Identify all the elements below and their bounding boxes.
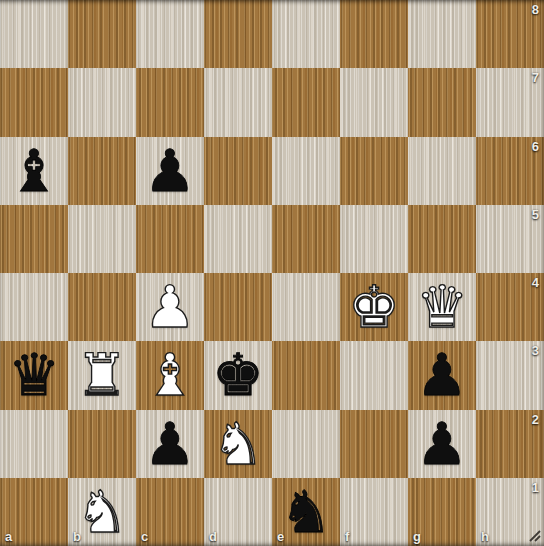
piece-black-pawn-g2[interactable]: ♟ (416, 415, 468, 473)
resize-grip-icon[interactable] (527, 528, 542, 543)
square-c1[interactable]: c (136, 478, 204, 546)
square-d1[interactable]: d (204, 478, 272, 546)
square-e5[interactable] (272, 205, 340, 273)
square-f2[interactable] (340, 410, 408, 478)
square-b3[interactable]: ♜ (68, 341, 136, 409)
rank-label-3: 3 (532, 343, 539, 358)
square-a2[interactable] (0, 410, 68, 478)
square-a3[interactable]: ♛ (0, 341, 68, 409)
file-label-f: f (345, 529, 349, 544)
square-c4[interactable]: ♟ (136, 273, 204, 341)
square-f3[interactable] (340, 341, 408, 409)
piece-white-pawn-c4[interactable]: ♟ (144, 278, 196, 336)
square-d2[interactable]: ♞ (204, 410, 272, 478)
file-label-e: e (277, 529, 284, 544)
piece-black-pawn-g3[interactable]: ♟ (416, 346, 468, 404)
file-label-c: c (141, 529, 148, 544)
square-f7[interactable] (340, 68, 408, 136)
square-g2[interactable]: ♟ (408, 410, 476, 478)
square-e2[interactable] (272, 410, 340, 478)
square-c8[interactable] (136, 0, 204, 68)
square-e3[interactable] (272, 341, 340, 409)
piece-white-queen-g4[interactable]: ♛ (416, 278, 468, 336)
square-f8[interactable] (340, 0, 408, 68)
square-g4[interactable]: ♛ (408, 273, 476, 341)
square-d3[interactable]: ♚ (204, 341, 272, 409)
square-f4[interactable]: ♚ (340, 273, 408, 341)
rank-label-8: 8 (532, 2, 539, 17)
square-a6[interactable]: ♝ (0, 137, 68, 205)
square-d6[interactable] (204, 137, 272, 205)
square-g6[interactable] (408, 137, 476, 205)
piece-white-bishop-c3[interactable]: ♝ (144, 346, 196, 404)
rank-label-5: 5 (532, 207, 539, 222)
file-label-h: h (481, 529, 489, 544)
square-b1[interactable]: ♞b (68, 478, 136, 546)
piece-white-rook-b3[interactable]: ♜ (76, 346, 128, 404)
square-h8[interactable]: 8 (476, 0, 544, 68)
square-d4[interactable] (204, 273, 272, 341)
square-d8[interactable] (204, 0, 272, 68)
rank-label-4: 4 (532, 275, 539, 290)
square-g5[interactable] (408, 205, 476, 273)
rank-label-2: 2 (532, 412, 539, 427)
square-b4[interactable] (68, 273, 136, 341)
file-label-b: b (73, 529, 81, 544)
square-d7[interactable] (204, 68, 272, 136)
piece-white-knight-d2[interactable]: ♞ (212, 415, 264, 473)
piece-white-king-f4[interactable]: ♚ (348, 278, 400, 336)
square-e1[interactable]: ♞e (272, 478, 340, 546)
square-g8[interactable] (408, 0, 476, 68)
square-h5[interactable]: 5 (476, 205, 544, 273)
piece-black-pawn-c2[interactable]: ♟ (144, 415, 196, 473)
square-c7[interactable] (136, 68, 204, 136)
piece-black-queen-a3[interactable]: ♛ (8, 346, 60, 404)
square-h6[interactable]: 6 (476, 137, 544, 205)
chess-board-window: 87♝♟65♟♚♛4♛♜♝♚♟3♟♞♟2a♞bcd♞efg1h (0, 0, 544, 546)
square-a5[interactable] (0, 205, 68, 273)
square-b7[interactable] (68, 68, 136, 136)
square-a8[interactable] (0, 0, 68, 68)
square-e6[interactable] (272, 137, 340, 205)
square-c5[interactable] (136, 205, 204, 273)
file-label-d: d (209, 529, 217, 544)
piece-white-knight-b1[interactable]: ♞ (76, 483, 128, 541)
square-f5[interactable] (340, 205, 408, 273)
square-g3[interactable]: ♟ (408, 341, 476, 409)
square-h7[interactable]: 7 (476, 68, 544, 136)
square-e4[interactable] (272, 273, 340, 341)
square-b8[interactable] (68, 0, 136, 68)
square-a7[interactable] (0, 68, 68, 136)
square-g1[interactable]: g (408, 478, 476, 546)
piece-black-knight-e1[interactable]: ♞ (280, 483, 332, 541)
square-a4[interactable] (0, 273, 68, 341)
square-g7[interactable] (408, 68, 476, 136)
file-label-g: g (413, 529, 421, 544)
square-c3[interactable]: ♝ (136, 341, 204, 409)
rank-label-6: 6 (532, 139, 539, 154)
square-d5[interactable] (204, 205, 272, 273)
square-e8[interactable] (272, 0, 340, 68)
square-h3[interactable]: 3 (476, 341, 544, 409)
piece-black-bishop-a6[interactable]: ♝ (8, 142, 60, 200)
square-b5[interactable] (68, 205, 136, 273)
square-h4[interactable]: 4 (476, 273, 544, 341)
square-b6[interactable] (68, 137, 136, 205)
chess-board: 87♝♟65♟♚♛4♛♜♝♚♟3♟♞♟2a♞bcd♞efg1h (0, 0, 544, 546)
rank-label-1: 1 (532, 480, 539, 495)
piece-black-pawn-c6[interactable]: ♟ (144, 142, 196, 200)
piece-black-king-d3[interactable]: ♚ (212, 346, 264, 404)
rank-label-7: 7 (532, 70, 539, 85)
square-f1[interactable]: f (340, 478, 408, 546)
square-h2[interactable]: 2 (476, 410, 544, 478)
square-a1[interactable]: a (0, 478, 68, 546)
square-c6[interactable]: ♟ (136, 137, 204, 205)
square-c2[interactable]: ♟ (136, 410, 204, 478)
square-e7[interactable] (272, 68, 340, 136)
square-f6[interactable] (340, 137, 408, 205)
square-b2[interactable] (68, 410, 136, 478)
file-label-a: a (5, 529, 12, 544)
